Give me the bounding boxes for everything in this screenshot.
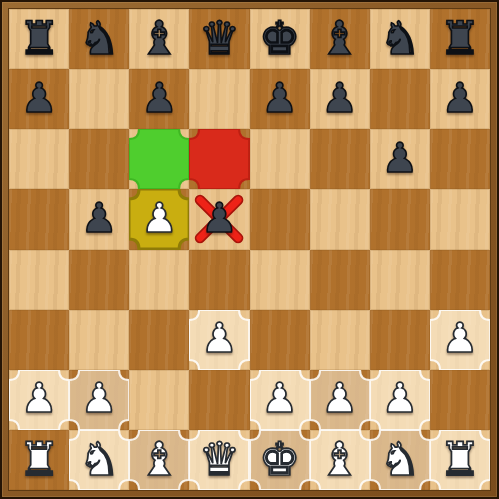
square-f8[interactable]: ♝ [310,9,370,69]
piece-white-pawn[interactable]: ♟ [201,318,238,359]
piece-black-pawn[interactable]: ♟ [381,138,418,179]
square-f5[interactable] [310,189,370,249]
square-a1[interactable]: ♜ [9,430,69,490]
square-a7[interactable]: ♟ [9,69,69,129]
piece-black-pawn[interactable]: ♟ [261,78,298,119]
piece-white-pawn[interactable]: ♟ [81,378,118,419]
square-f4[interactable] [310,250,370,310]
square-g1[interactable]: ♞ [370,430,430,490]
piece-white-rook[interactable]: ♜ [439,436,480,482]
piece-white-pawn[interactable]: ♟ [261,378,298,419]
piece-white-king[interactable]: ♚ [259,436,300,482]
square-g3[interactable] [370,310,430,370]
square-g6[interactable]: ♟ [370,129,430,189]
square-b7[interactable] [69,69,129,129]
square-g7[interactable] [370,69,430,129]
square-e5[interactable] [250,189,310,249]
square-h4[interactable] [430,250,490,310]
piece-black-pawn[interactable]: ♟ [321,78,358,119]
piece-white-pawn[interactable]: ♟ [21,378,58,419]
square-d5[interactable]: ♟ [189,189,249,249]
square-a3[interactable] [9,310,69,370]
square-h5[interactable] [430,189,490,249]
piece-black-pawn[interactable]: ♟ [141,78,178,119]
piece-black-rook[interactable]: ♜ [18,15,59,61]
piece-white-pawn[interactable]: ♟ [381,378,418,419]
piece-black-pawn[interactable]: ♟ [201,198,238,239]
square-e6[interactable] [250,129,310,189]
square-c2[interactable] [129,370,189,430]
square-h3[interactable]: ♟ [430,310,490,370]
piece-black-bishop[interactable]: ♝ [319,15,360,61]
square-h8[interactable]: ♜ [430,9,490,69]
square-a8[interactable]: ♜ [9,9,69,69]
square-c8[interactable]: ♝ [129,9,189,69]
square-f1[interactable]: ♝ [310,430,370,490]
square-b1[interactable]: ♞ [69,430,129,490]
square-f2[interactable]: ♟ [310,370,370,430]
piece-black-pawn[interactable]: ♟ [442,78,479,119]
piece-black-queen[interactable]: ♛ [199,15,240,61]
square-h1[interactable]: ♜ [430,430,490,490]
piece-white-bishop[interactable]: ♝ [319,436,360,482]
square-b6[interactable] [69,129,129,189]
square-f3[interactable] [310,310,370,370]
piece-black-rook[interactable]: ♜ [439,15,480,61]
square-h2[interactable] [430,370,490,430]
board-frame: ♜♞♝♛♚♝♞♜♟♟♟♟♟♟♟♟♟♟♟♟♟♟♟♟♜♞♝♛♚♝♞♜ [0,0,499,499]
piece-white-rook[interactable]: ♜ [18,436,59,482]
square-g8[interactable]: ♞ [370,9,430,69]
square-d3[interactable]: ♟ [189,310,249,370]
square-d1[interactable]: ♛ [189,430,249,490]
square-c5[interactable]: ♟ [129,189,189,249]
square-g5[interactable] [370,189,430,249]
square-d4[interactable] [189,250,249,310]
piece-white-bishop[interactable]: ♝ [139,436,180,482]
square-c3[interactable] [129,310,189,370]
square-e4[interactable] [250,250,310,310]
piece-black-bishop[interactable]: ♝ [139,15,180,61]
piece-white-pawn[interactable]: ♟ [321,378,358,419]
square-b2[interactable]: ♟ [69,370,129,430]
chess-board: ♜♞♝♛♚♝♞♜♟♟♟♟♟♟♟♟♟♟♟♟♟♟♟♟♜♞♝♛♚♝♞♜ [9,9,490,490]
square-e1[interactable]: ♚ [250,430,310,490]
square-a5[interactable] [9,189,69,249]
square-d7[interactable] [189,69,249,129]
piece-white-pawn[interactable]: ♟ [141,198,178,239]
square-g2[interactable]: ♟ [370,370,430,430]
square-a2[interactable]: ♟ [9,370,69,430]
square-c7[interactable]: ♟ [129,69,189,129]
square-g4[interactable] [370,250,430,310]
piece-black-pawn[interactable]: ♟ [81,198,118,239]
piece-black-pawn[interactable]: ♟ [21,78,58,119]
square-b4[interactable] [69,250,129,310]
highlight-green-candidate [129,129,189,189]
square-c1[interactable]: ♝ [129,430,189,490]
piece-white-pawn[interactable]: ♟ [442,318,479,359]
square-c6[interactable] [129,129,189,189]
square-e2[interactable]: ♟ [250,370,310,430]
square-f6[interactable] [310,129,370,189]
square-f7[interactable]: ♟ [310,69,370,129]
square-c4[interactable] [129,250,189,310]
square-e3[interactable] [250,310,310,370]
square-a6[interactable] [9,129,69,189]
piece-white-knight[interactable]: ♞ [379,436,420,482]
square-e7[interactable]: ♟ [250,69,310,129]
piece-white-knight[interactable]: ♞ [79,436,120,482]
square-d2[interactable] [189,370,249,430]
square-a4[interactable] [9,250,69,310]
square-d8[interactable]: ♛ [189,9,249,69]
piece-black-king[interactable]: ♚ [259,15,300,61]
piece-white-queen[interactable]: ♛ [199,436,240,482]
square-b3[interactable] [69,310,129,370]
square-e8[interactable]: ♚ [250,9,310,69]
square-b5[interactable]: ♟ [69,189,129,249]
square-b8[interactable]: ♞ [69,9,129,69]
highlight-red-candidate [189,129,249,189]
square-h7[interactable]: ♟ [430,69,490,129]
square-h6[interactable] [430,129,490,189]
piece-black-knight[interactable]: ♞ [379,15,420,61]
piece-black-knight[interactable]: ♞ [79,15,120,61]
square-d6[interactable] [189,129,249,189]
